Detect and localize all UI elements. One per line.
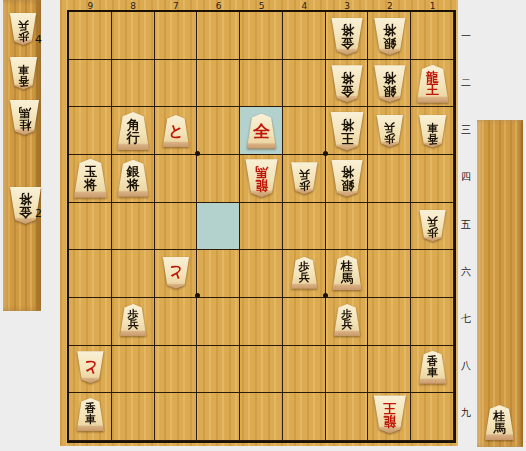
piece-kanji: 全	[253, 123, 270, 140]
square-7-5[interactable]	[155, 203, 198, 251]
square-2-4[interactable]	[368, 155, 411, 203]
piece-kanji: 龍王	[383, 402, 396, 427]
piece-sente-lance-9-9[interactable]: 香車	[76, 398, 105, 431]
piece-sente-knight-3-6[interactable]: 桂馬	[332, 255, 363, 290]
piece-kanji: 玉将	[84, 166, 97, 191]
piece-gote-silver-3-4[interactable]: 銀将	[331, 160, 364, 197]
square-6-9[interactable]	[197, 393, 240, 441]
square-2-6[interactable]	[368, 250, 411, 298]
hoshi-dot	[195, 293, 200, 298]
square-6-7[interactable]	[197, 298, 240, 346]
hoshi-dot	[323, 293, 328, 298]
piece-sente-lance-1-8[interactable]: 香車	[418, 351, 447, 384]
piece-kanji: 龍王	[426, 72, 439, 97]
rank-label-9: 九	[461, 406, 471, 420]
rank-label-7: 七	[461, 312, 471, 326]
piece-gote-pawn-1-5[interactable]: 歩兵	[419, 210, 447, 242]
piece-kanji: と	[168, 265, 183, 280]
piece-kanji: 王将	[341, 119, 354, 144]
piece-sente-silver-8-4[interactable]: 銀将	[117, 160, 150, 197]
piece-gote-gold-3-2[interactable]: 金将	[331, 65, 364, 102]
square-6-4[interactable]	[197, 155, 240, 203]
piece-sente-pawn-3-7[interactable]: 歩兵	[333, 304, 361, 336]
square-7-1[interactable]	[155, 12, 198, 60]
square-5-1[interactable]	[240, 12, 283, 60]
square-4-9[interactable]	[283, 393, 326, 441]
piece-kanji: と	[83, 360, 98, 375]
piece-sente-dragon-1-2[interactable]: 龍王	[416, 65, 450, 103]
square-9-7[interactable]	[69, 298, 112, 346]
square-7-4[interactable]	[155, 155, 198, 203]
square-8-6[interactable]	[112, 250, 155, 298]
square-9-6[interactable]	[69, 250, 112, 298]
piece-kanji: 香車	[18, 63, 29, 85]
square-2-7[interactable]	[368, 298, 411, 346]
rank-label-3: 三	[461, 123, 471, 137]
piece-sente-king-9-4[interactable]: 玉将	[73, 159, 108, 198]
piece-sente-pawn-4-6[interactable]: 歩兵	[290, 257, 318, 289]
board-frame: 金将銀将金将銀将龍王角行と全王将歩兵香車玉将銀将龍馬歩兵銀将歩兵と歩兵桂馬歩兵歩…	[67, 10, 456, 443]
square-4-8[interactable]	[283, 346, 326, 394]
square-8-8[interactable]	[112, 346, 155, 394]
piece-kanji: 銀将	[383, 72, 396, 97]
gote-captured-stand: 歩兵4香車桂馬金将2	[3, 0, 41, 311]
piece-kanji: 歩兵	[342, 310, 353, 332]
rank-label-6: 六	[461, 265, 471, 279]
square-8-5[interactable]	[112, 203, 155, 251]
hoshi-dot	[195, 151, 200, 156]
hand-gote-pawn[interactable]: 歩兵	[9, 13, 37, 45]
piece-gote-silver-2-1[interactable]: 銀将	[373, 18, 406, 55]
square-7-8[interactable]	[155, 346, 198, 394]
square-6-6[interactable]	[197, 250, 240, 298]
square-6-1[interactable]	[197, 12, 240, 60]
piece-kanji: 金将	[19, 193, 32, 218]
square-7-9[interactable]	[155, 393, 198, 441]
square-8-1[interactable]	[112, 12, 155, 60]
square-5-7[interactable]	[240, 298, 283, 346]
square-9-3[interactable]	[69, 107, 112, 155]
rank-label-2: 二	[461, 76, 471, 90]
piece-kanji: 歩兵	[384, 121, 395, 143]
piece-kanji: 角行	[127, 119, 140, 144]
shogi-app-screen: 987654321 金将銀将金将銀将龍王角行と全王将歩兵香車玉将銀将龍馬歩兵銀将…	[0, 0, 526, 451]
square-2-8[interactable]	[368, 346, 411, 394]
square-3-5[interactable]	[326, 203, 369, 251]
piece-kanji: 香車	[427, 357, 438, 379]
square-4-3[interactable]	[283, 107, 326, 155]
piece-gote-pawn-4-4[interactable]: 歩兵	[290, 162, 318, 194]
piece-kanji: 龍馬	[255, 166, 268, 191]
square-6-5[interactable]	[197, 203, 240, 251]
piece-gote-lance-1-3[interactable]: 香車	[418, 115, 447, 148]
sente-captured-stand: 桂馬歩兵5	[477, 120, 523, 447]
rank-label-1: 一	[461, 29, 471, 43]
square-1-9[interactable]	[411, 393, 454, 441]
hand-gote-lance[interactable]: 香車	[9, 57, 38, 90]
square-6-3[interactable]	[197, 107, 240, 155]
square-4-5[interactable]	[283, 203, 326, 251]
hand-gote-gold-count: 2	[35, 207, 42, 220]
square-5-9[interactable]	[240, 393, 283, 441]
piece-sente-tokin-7-3[interactable]: と	[162, 115, 190, 147]
piece-sente-promoted_knight-5-3[interactable]: 全	[246, 114, 277, 149]
square-5-6[interactable]	[240, 250, 283, 298]
piece-kanji: 桂馬	[19, 106, 31, 130]
piece-sente-pawn-8-7[interactable]: 歩兵	[119, 304, 147, 336]
square-9-5[interactable]	[69, 203, 112, 251]
square-2-5[interactable]	[368, 203, 411, 251]
square-3-9[interactable]	[326, 393, 369, 441]
square-6-2[interactable]	[197, 60, 240, 108]
square-4-1[interactable]	[283, 12, 326, 60]
shogi-board-panel: 987654321 金将銀将金将銀将龍王角行と全王将歩兵香車玉将銀将龍馬歩兵銀将…	[60, 0, 458, 446]
square-9-1[interactable]	[69, 12, 112, 60]
square-1-7[interactable]	[411, 298, 454, 346]
square-4-2[interactable]	[283, 60, 326, 108]
square-1-6[interactable]	[411, 250, 454, 298]
piece-kanji: 銀将	[383, 24, 396, 49]
square-5-2[interactable]	[240, 60, 283, 108]
square-6-8[interactable]	[197, 346, 240, 394]
piece-gote-gold-3-1[interactable]: 金将	[331, 18, 364, 55]
piece-kanji: 金将	[341, 24, 354, 49]
square-8-9[interactable]	[112, 393, 155, 441]
piece-kanji: 銀将	[341, 166, 354, 191]
square-3-8[interactable]	[326, 346, 369, 394]
rank-label-5: 五	[461, 218, 471, 232]
piece-kanji: 歩兵	[427, 215, 438, 237]
square-7-7[interactable]	[155, 298, 198, 346]
hand-sente-knight[interactable]: 桂馬	[484, 405, 515, 440]
piece-kanji: 金将	[341, 72, 354, 97]
piece-gote-tokin-9-8[interactable]: と	[76, 351, 104, 383]
piece-kanji: 銀将	[127, 166, 140, 191]
rank-label-4: 四	[461, 170, 471, 184]
square-9-2[interactable]	[69, 60, 112, 108]
square-5-8[interactable]	[240, 346, 283, 394]
piece-kanji: 歩兵	[128, 310, 139, 332]
piece-gote-tokin-7-6[interactable]: と	[162, 257, 190, 289]
square-1-4[interactable]	[411, 155, 454, 203]
square-1-1[interactable]	[411, 12, 454, 60]
square-8-2[interactable]	[112, 60, 155, 108]
piece-sente-bishop-8-3[interactable]: 角行	[116, 112, 150, 150]
piece-kanji: 歩兵	[18, 19, 29, 41]
rank-label-8: 八	[461, 359, 471, 373]
square-4-7[interactable]	[283, 298, 326, 346]
piece-gote-king-3-3[interactable]: 王将	[330, 112, 365, 151]
piece-gote-horse-5-4[interactable]: 龍馬	[245, 159, 279, 197]
piece-kanji: 歩兵	[299, 262, 310, 284]
piece-gote-pawn-2-3[interactable]: 歩兵	[376, 115, 404, 147]
piece-gote-dragon-2-9[interactable]: 龍王	[373, 395, 407, 433]
hand-gote-pawn-count: 4	[35, 33, 42, 46]
square-5-5[interactable]	[240, 203, 283, 251]
piece-kanji: 香車	[427, 121, 438, 143]
piece-kanji: 桂馬	[341, 261, 353, 285]
piece-gote-silver-2-2[interactable]: 銀将	[373, 65, 406, 102]
piece-kanji: 桂馬	[494, 411, 506, 435]
piece-kanji: 香車	[85, 404, 96, 426]
piece-kanji: と	[168, 124, 183, 139]
square-7-2[interactable]	[155, 60, 198, 108]
piece-kanji: 歩兵	[299, 168, 310, 190]
hand-gote-knight[interactable]: 桂馬	[9, 100, 40, 135]
